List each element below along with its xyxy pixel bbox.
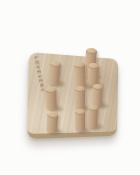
peg-r3c2-top-face bbox=[75, 109, 85, 115]
peg-r2c1 bbox=[45, 88, 57, 110]
peg-r3c1-top-face bbox=[47, 112, 58, 119]
peg-r1c2 bbox=[73, 63, 85, 89]
peg-r1c2-top-face bbox=[73, 62, 84, 69]
peg-r3c3 bbox=[87, 106, 98, 128]
peg-r2c2-top-face bbox=[75, 86, 85, 92]
product-photo-scene: LOVEVERY bbox=[0, 0, 140, 175]
peg-r1c1-top-face bbox=[49, 61, 60, 68]
peg-r3c1 bbox=[46, 113, 58, 134]
peg-r3c3-top-face bbox=[88, 105, 98, 112]
peg-r1c3-top-face bbox=[87, 63, 98, 70]
pegs-layer bbox=[0, 0, 140, 175]
peg-r2c3 bbox=[92, 85, 103, 107]
peg-r1c1 bbox=[48, 62, 61, 86]
peg-r3c2 bbox=[75, 110, 85, 132]
peg-r2c1-top-face bbox=[45, 87, 56, 93]
peg-r2c2 bbox=[75, 87, 85, 110]
peg-r2c3-top-face bbox=[93, 84, 103, 90]
extra-back-tall-peg-top-face bbox=[85, 48, 96, 55]
